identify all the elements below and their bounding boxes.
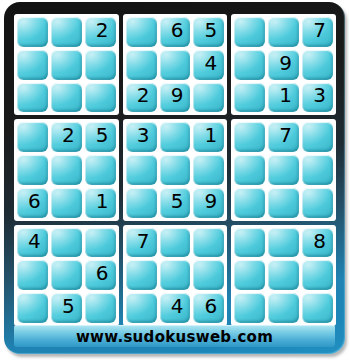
sudoku-cell-r6c5[interactable]: 5: [160, 188, 191, 218]
sudoku-cell-r7c8[interactable]: [268, 228, 299, 258]
sudoku-cell-r4c1[interactable]: [17, 122, 48, 152]
given-digit: 5: [62, 296, 75, 316]
sudoku-cell-r6c3[interactable]: 1: [85, 188, 116, 218]
given-digit: 2: [62, 125, 75, 145]
sudoku-cell-r1c5[interactable]: 6: [160, 17, 191, 47]
sudoku-cell-r7c2[interactable]: [51, 228, 82, 258]
sudoku-cell-r2c7[interactable]: [234, 50, 265, 80]
sudoku-cell-r8c4[interactable]: [126, 260, 157, 290]
given-digit: 6: [171, 20, 184, 40]
sudoku-cell-r5c5[interactable]: [160, 155, 191, 185]
sudoku-cell-r3c3[interactable]: [85, 83, 116, 113]
sudoku-cell-r4c7[interactable]: [234, 122, 265, 152]
sudoku-cell-r4c3[interactable]: 5: [85, 122, 116, 152]
given-digit: 9: [171, 85, 184, 105]
sudoku-cell-r2c6[interactable]: 4: [193, 50, 224, 80]
sudoku-box-6: 7: [231, 119, 336, 220]
sudoku-cell-r8c2[interactable]: [51, 260, 82, 290]
footer-bar: www.sudokusweb.com: [14, 325, 335, 347]
sudoku-cell-r6c8[interactable]: [268, 188, 299, 218]
sudoku-cell-r5c3[interactable]: [85, 155, 116, 185]
sudoku-cell-r4c8[interactable]: 7: [268, 122, 299, 152]
sudoku-cell-r5c7[interactable]: [234, 155, 265, 185]
given-digit: 3: [313, 85, 326, 105]
sudoku-box-3: 7913: [231, 14, 336, 115]
given-digit: 7: [279, 125, 292, 145]
sudoku-cell-r4c6[interactable]: 1: [193, 122, 224, 152]
sudoku-cell-r4c4[interactable]: 3: [126, 122, 157, 152]
sudoku-cell-r7c3[interactable]: [85, 228, 116, 258]
given-digit: 5: [205, 20, 218, 40]
given-digit: 8: [313, 231, 326, 251]
given-digit: 6: [28, 191, 41, 211]
sudoku-cell-r3c1[interactable]: [17, 83, 48, 113]
given-digit: 7: [313, 20, 326, 40]
sudoku-cell-r1c6[interactable]: 5: [193, 17, 224, 47]
given-digit: 1: [96, 191, 109, 211]
sudoku-cell-r9c4[interactable]: [126, 293, 157, 323]
sudoku-cell-r1c8[interactable]: [268, 17, 299, 47]
sudoku-grid: 26542979132561315974657468: [14, 14, 336, 326]
sudoku-cell-r9c9[interactable]: [302, 293, 333, 323]
sudoku-cell-r5c6[interactable]: [193, 155, 224, 185]
sudoku-cell-r3c9[interactable]: 3: [302, 83, 333, 113]
sudoku-cell-r2c8[interactable]: 9: [268, 50, 299, 80]
sudoku-cell-r3c8[interactable]: 1: [268, 83, 299, 113]
sudoku-cell-r2c5[interactable]: [160, 50, 191, 80]
sudoku-cell-r6c7[interactable]: [234, 188, 265, 218]
sudoku-cell-r8c3[interactable]: 6: [85, 260, 116, 290]
sudoku-cell-r7c4[interactable]: 7: [126, 228, 157, 258]
sudoku-cell-r1c7[interactable]: [234, 17, 265, 47]
given-digit: 1: [279, 85, 292, 105]
sudoku-box-9: 8: [231, 225, 336, 326]
sudoku-cell-r6c4[interactable]: [126, 188, 157, 218]
board-frame: 26542979132561315974657468 www.sudokuswe…: [4, 2, 345, 354]
given-digit: 4: [28, 231, 41, 251]
sudoku-cell-r6c2[interactable]: [51, 188, 82, 218]
sudoku-cell-r6c1[interactable]: 6: [17, 188, 48, 218]
sudoku-cell-r7c1[interactable]: 4: [17, 228, 48, 258]
sudoku-cell-r2c1[interactable]: [17, 50, 48, 80]
sudoku-box-2: 65429: [123, 14, 228, 115]
sudoku-cell-r6c6[interactable]: 9: [193, 188, 224, 218]
sudoku-cell-r3c5[interactable]: 9: [160, 83, 191, 113]
given-digit: 5: [171, 191, 184, 211]
given-digit: 7: [137, 231, 150, 251]
given-digit: 6: [96, 263, 109, 283]
sudoku-cell-r8c7[interactable]: [234, 260, 265, 290]
sudoku-cell-r9c2[interactable]: 5: [51, 293, 82, 323]
sudoku-cell-r1c9[interactable]: 7: [302, 17, 333, 47]
given-digit: 4: [205, 53, 218, 73]
sudoku-cell-r9c1[interactable]: [17, 293, 48, 323]
given-digit: 9: [205, 191, 218, 211]
sudoku-cell-r3c6[interactable]: [193, 83, 224, 113]
sudoku-cell-r1c3[interactable]: 2: [85, 17, 116, 47]
sudoku-cell-r1c4[interactable]: [126, 17, 157, 47]
sudoku-cell-r7c6[interactable]: [193, 228, 224, 258]
sudoku-cell-r1c2[interactable]: [51, 17, 82, 47]
sudoku-cell-r9c8[interactable]: [268, 293, 299, 323]
given-digit: 2: [137, 85, 150, 105]
sudoku-cell-r9c6[interactable]: 6: [193, 293, 224, 323]
sudoku-cell-r7c7[interactable]: [234, 228, 265, 258]
sudoku-box-5: 3159: [123, 119, 228, 220]
given-digit: 5: [96, 125, 109, 145]
sudoku-cell-r7c5[interactable]: [160, 228, 191, 258]
sudoku-box-8: 746: [123, 225, 228, 326]
sudoku-cell-r5c9[interactable]: [302, 155, 333, 185]
sudoku-cell-r6c9[interactable]: [302, 188, 333, 218]
sudoku-box-4: 2561: [14, 119, 119, 220]
sudoku-cell-r1c1[interactable]: [17, 17, 48, 47]
sudoku-cell-r9c3[interactable]: [85, 293, 116, 323]
sudoku-box-1: 2: [14, 14, 119, 115]
sudoku-cell-r2c2[interactable]: [51, 50, 82, 80]
sudoku-cell-r2c9[interactable]: [302, 50, 333, 80]
sudoku-cell-r9c7[interactable]: [234, 293, 265, 323]
given-digit: 1: [205, 125, 218, 145]
given-digit: 4: [171, 296, 184, 316]
given-digit: 2: [96, 20, 109, 40]
sudoku-cell-r5c2[interactable]: [51, 155, 82, 185]
site-url[interactable]: www.sudokusweb.com: [76, 328, 273, 346]
sudoku-cell-r3c2[interactable]: [51, 83, 82, 113]
given-digit: 9: [279, 53, 292, 73]
sudoku-cell-r3c7[interactable]: [234, 83, 265, 113]
given-digit: 3: [137, 125, 150, 145]
sudoku-cell-r5c8[interactable]: [268, 155, 299, 185]
sudoku-cell-r8c1[interactable]: [17, 260, 48, 290]
sudoku-cell-r5c4[interactable]: [126, 155, 157, 185]
sudoku-cell-r2c3[interactable]: [85, 50, 116, 80]
sudoku-cell-r8c5[interactable]: [160, 260, 191, 290]
sudoku-cell-r8c8[interactable]: [268, 260, 299, 290]
sudoku-cell-r8c6[interactable]: [193, 260, 224, 290]
sudoku-cell-r2c4[interactable]: [126, 50, 157, 80]
sudoku-cell-r4c5[interactable]: [160, 122, 191, 152]
sudoku-cell-r4c9[interactable]: [302, 122, 333, 152]
sudoku-box-7: 465: [14, 225, 119, 326]
given-digit: 6: [205, 296, 218, 316]
sudoku-cell-r7c9[interactable]: 8: [302, 228, 333, 258]
sudoku-cell-r9c5[interactable]: 4: [160, 293, 191, 323]
sudoku-cell-r8c9[interactable]: [302, 260, 333, 290]
sudoku-cell-r5c1[interactable]: [17, 155, 48, 185]
sudoku-cell-r3c4[interactable]: 2: [126, 83, 157, 113]
sudoku-cell-r4c2[interactable]: 2: [51, 122, 82, 152]
page: 26542979132561315974657468 www.sudokuswe…: [0, 0, 350, 360]
